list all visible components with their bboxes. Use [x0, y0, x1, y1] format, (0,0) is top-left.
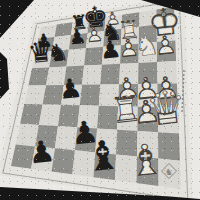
chessboard-photo: ♞♜♚♟♙♟♟♟♙♞♜♖♚♔♛♞♟♟♙♞♘♟♙♟♟♙♟♙♟♙♜♖♟♙♛♕♟♟♝♝…: [0, 0, 200, 200]
chessboard: ♞♜♚♟♙♟♟♟♙♞♜♖♚♔♛♞♟♟♙♞♘♟♙♟♟♙♟♙♟♙♜♖♟♙♛♕♟♟♝♝…: [0, 0, 200, 200]
piece-black-p-r8c2: ♟: [27, 134, 57, 171]
piece-white-b-r8c7-outline: ♗: [124, 133, 168, 187]
piece-black-p-r5c3: ♟: [57, 72, 84, 105]
piece-black-n-r3c2: ♞: [46, 38, 70, 68]
square-r4-c4: [82, 65, 102, 85]
piece-black-b-r8c5: ♝: [83, 131, 124, 182]
piece-white-q-r6c8-outline: ♕: [143, 79, 189, 137]
piece-white-p-r3c8-outline: ♙: [152, 29, 178, 61]
square-r6-c2: [39, 104, 61, 126]
